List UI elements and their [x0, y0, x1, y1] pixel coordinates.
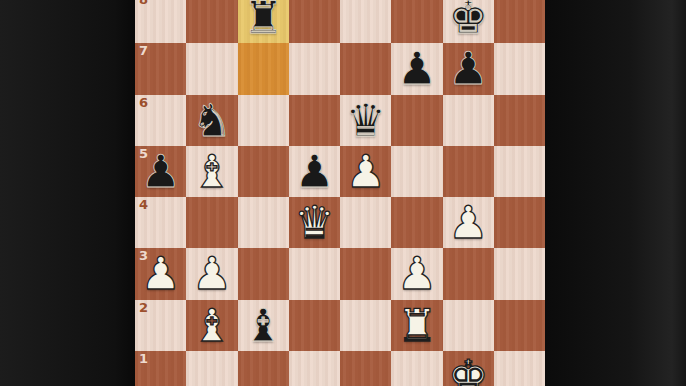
piece-white-bishop-b2[interactable]: ♝ — [192, 300, 232, 351]
piece-black-knight-b6[interactable]: ♞ — [192, 95, 232, 146]
square-c4[interactable] — [238, 197, 289, 248]
square-b1[interactable] — [186, 351, 237, 386]
square-c8[interactable]: ♜ — [238, 0, 289, 43]
square-h4[interactable] — [494, 197, 545, 248]
square-g7[interactable]: ♟ — [443, 43, 494, 94]
square-g3[interactable] — [443, 248, 494, 299]
square-d8[interactable] — [289, 0, 340, 43]
square-e8[interactable] — [340, 0, 391, 43]
square-d5[interactable]: ♟ — [289, 146, 340, 197]
rank-label-2: 2 — [139, 301, 148, 314]
square-b6[interactable]: ♞ — [186, 95, 237, 146]
square-f3[interactable]: ♟ — [391, 248, 442, 299]
square-h3[interactable] — [494, 248, 545, 299]
square-c7[interactable] — [238, 43, 289, 94]
square-h8[interactable] — [494, 0, 545, 43]
piece-white-pawn-g4[interactable]: ♟ — [448, 197, 488, 248]
rank-label-6: 6 — [139, 96, 148, 109]
square-h6[interactable] — [494, 95, 545, 146]
square-h7[interactable] — [494, 43, 545, 94]
square-b2[interactable]: ♝ — [186, 300, 237, 351]
rank-label-3: 3 — [139, 249, 148, 262]
square-e6[interactable]: ♛ — [340, 95, 391, 146]
square-f7[interactable]: ♟ — [391, 43, 442, 94]
rank-label-5: 5 — [139, 147, 148, 160]
square-d4[interactable]: ♛ — [289, 197, 340, 248]
square-e3[interactable] — [340, 248, 391, 299]
piece-white-bishop-b5[interactable]: ♝ — [192, 146, 232, 197]
square-c3[interactable] — [238, 248, 289, 299]
square-f1[interactable] — [391, 351, 442, 386]
square-e4[interactable] — [340, 197, 391, 248]
square-b7[interactable] — [186, 43, 237, 94]
square-d7[interactable] — [289, 43, 340, 94]
square-g5[interactable] — [443, 146, 494, 197]
square-h5[interactable] — [494, 146, 545, 197]
rank-label-4: 4 — [139, 198, 148, 211]
piece-white-pawn-f3[interactable]: ♟ — [397, 248, 437, 299]
square-h2[interactable] — [494, 300, 545, 351]
square-c1[interactable] — [238, 351, 289, 386]
square-a8[interactable]: 8 — [135, 0, 186, 43]
square-a2[interactable]: 2 — [135, 300, 186, 351]
piece-black-queen-e6[interactable]: ♛ — [345, 95, 385, 146]
piece-black-pawn-d5[interactable]: ♟ — [294, 146, 334, 197]
square-g2[interactable] — [443, 300, 494, 351]
square-e1[interactable] — [340, 351, 391, 386]
piece-black-bishop-c2[interactable]: ♝ — [243, 300, 283, 351]
square-e2[interactable] — [340, 300, 391, 351]
square-a3[interactable]: 3♟ — [135, 248, 186, 299]
square-f4[interactable] — [391, 197, 442, 248]
square-b4[interactable] — [186, 197, 237, 248]
letterbox-left — [0, 0, 135, 386]
piece-white-pawn-e5[interactable]: ♟ — [345, 146, 385, 197]
square-g8[interactable]: ♚ — [443, 0, 494, 43]
square-d2[interactable] — [289, 300, 340, 351]
square-b5[interactable]: ♝ — [186, 146, 237, 197]
square-c5[interactable] — [238, 146, 289, 197]
square-d3[interactable] — [289, 248, 340, 299]
square-a5[interactable]: 5♟ — [135, 146, 186, 197]
piece-white-queen-d4[interactable]: ♛ — [294, 197, 334, 248]
video-frame: 8♜♚7♟♟6♞♛5♟♝♟♟4♛♟3♟♟♟2♝♝♜1♚ — [0, 0, 686, 386]
chess-board[interactable]: 8♜♚7♟♟6♞♛5♟♝♟♟4♛♟3♟♟♟2♝♝♜1♚ — [135, 0, 545, 386]
square-h1[interactable] — [494, 351, 545, 386]
piece-white-pawn-b3[interactable]: ♟ — [192, 248, 232, 299]
piece-black-king-g8[interactable]: ♚ — [448, 0, 488, 43]
square-f8[interactable] — [391, 0, 442, 43]
square-f2[interactable]: ♜ — [391, 300, 442, 351]
square-c2[interactable]: ♝ — [238, 300, 289, 351]
square-a4[interactable]: 4 — [135, 197, 186, 248]
piece-white-rook-f2[interactable]: ♜ — [397, 300, 437, 351]
square-g4[interactable]: ♟ — [443, 197, 494, 248]
square-c6[interactable] — [238, 95, 289, 146]
square-a6[interactable]: 6 — [135, 95, 186, 146]
square-f6[interactable] — [391, 95, 442, 146]
square-b8[interactable] — [186, 0, 237, 43]
square-d6[interactable] — [289, 95, 340, 146]
rank-label-7: 7 — [139, 44, 148, 57]
square-e7[interactable] — [340, 43, 391, 94]
square-g1[interactable]: ♚ — [443, 351, 494, 386]
square-a1[interactable]: 1 — [135, 351, 186, 386]
square-d1[interactable] — [289, 351, 340, 386]
piece-black-pawn-g7[interactable]: ♟ — [448, 43, 488, 94]
square-b3[interactable]: ♟ — [186, 248, 237, 299]
square-f5[interactable] — [391, 146, 442, 197]
rank-label-8: 8 — [139, 0, 148, 6]
piece-white-king-g1[interactable]: ♚ — [448, 351, 488, 386]
piece-black-pawn-f7[interactable]: ♟ — [397, 43, 437, 94]
square-e5[interactable]: ♟ — [340, 146, 391, 197]
piece-black-rook-c8[interactable]: ♜ — [243, 0, 283, 43]
square-g6[interactable] — [443, 95, 494, 146]
letterbox-right — [545, 0, 686, 386]
rank-label-1: 1 — [139, 352, 148, 365]
square-a7[interactable]: 7 — [135, 43, 186, 94]
